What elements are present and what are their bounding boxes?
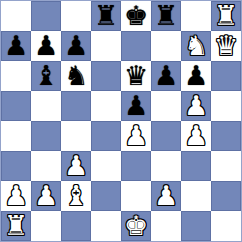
square-f4[interactable] [151,121,181,151]
square-a3[interactable] [1,151,31,181]
square-f5[interactable] [151,91,181,121]
square-a8[interactable] [1,1,31,31]
square-e6[interactable]: ♛ [121,61,151,91]
square-e5[interactable]: ♟ [121,91,151,121]
square-f1[interactable] [151,211,181,241]
white-pawn[interactable]: ♟ [184,122,208,149]
white-pawn[interactable]: ♟ [64,152,88,179]
square-h8[interactable]: ♜ [211,1,241,31]
black-pawn[interactable]: ♟ [4,32,28,59]
square-b1[interactable] [31,211,61,241]
white-knight[interactable]: ♞ [184,32,208,59]
square-b3[interactable] [31,151,61,181]
square-f6[interactable]: ♟ [151,61,181,91]
square-b4[interactable] [31,121,61,151]
square-c7[interactable]: ♟ [61,31,91,61]
square-h6[interactable] [211,61,241,91]
square-c3[interactable]: ♟ [61,151,91,181]
square-h5[interactable] [211,91,241,121]
square-h7[interactable]: ♛ [211,31,241,61]
square-g4[interactable]: ♟ [181,121,211,151]
square-g6[interactable]: ♟ [181,61,211,91]
square-c5[interactable] [61,91,91,121]
white-bishop[interactable]: ♝ [64,182,88,209]
white-queen[interactable]: ♛ [214,32,238,59]
square-e4[interactable]: ♟ [121,121,151,151]
square-h4[interactable] [211,121,241,151]
black-pawn[interactable]: ♟ [154,62,178,89]
white-rook[interactable]: ♜ [4,212,28,239]
black-rook[interactable]: ♜ [154,2,178,29]
black-knight[interactable]: ♞ [64,62,88,89]
black-pawn[interactable]: ♟ [64,32,88,59]
square-a1[interactable]: ♜ [1,211,31,241]
square-b8[interactable] [31,1,61,31]
square-f8[interactable]: ♜ [151,1,181,31]
square-d7[interactable] [91,31,121,61]
square-d6[interactable] [91,61,121,91]
square-g2[interactable] [181,181,211,211]
square-d5[interactable] [91,91,121,121]
square-a7[interactable]: ♟ [1,31,31,61]
square-a6[interactable] [1,61,31,91]
square-g5[interactable]: ♟ [181,91,211,121]
square-g1[interactable] [181,211,211,241]
square-d4[interactable] [91,121,121,151]
square-h3[interactable] [211,151,241,181]
black-bishop[interactable]: ♝ [34,62,58,89]
square-a5[interactable] [1,91,31,121]
square-d1[interactable] [91,211,121,241]
white-pawn[interactable]: ♟ [124,122,148,149]
black-pawn[interactable]: ♟ [184,62,208,89]
square-f7[interactable] [151,31,181,61]
chess-board[interactable]: ♜♚♜♜♟♟♟♞♛♝♞♛♟♟♟♟♟♟♟♟♟♝♟♜♚ [0,0,242,242]
square-g7[interactable]: ♞ [181,31,211,61]
square-g3[interactable] [181,151,211,181]
square-a2[interactable]: ♟ [1,181,31,211]
square-h2[interactable] [211,181,241,211]
square-c8[interactable] [61,1,91,31]
square-a4[interactable] [1,121,31,151]
white-rook[interactable]: ♜ [214,2,238,29]
square-b5[interactable] [31,91,61,121]
black-rook[interactable]: ♜ [94,2,118,29]
square-g8[interactable] [181,1,211,31]
square-e8[interactable]: ♚ [121,1,151,31]
square-c2[interactable]: ♝ [61,181,91,211]
square-h1[interactable] [211,211,241,241]
black-pawn[interactable]: ♟ [124,92,148,119]
square-c1[interactable] [61,211,91,241]
square-c6[interactable]: ♞ [61,61,91,91]
square-d3[interactable] [91,151,121,181]
black-pawn[interactable]: ♟ [34,32,58,59]
square-e7[interactable] [121,31,151,61]
square-c4[interactable] [61,121,91,151]
square-e2[interactable] [121,181,151,211]
white-pawn[interactable]: ♟ [4,182,28,209]
square-e1[interactable]: ♚ [121,211,151,241]
square-d8[interactable]: ♜ [91,1,121,31]
square-d2[interactable] [91,181,121,211]
white-king[interactable]: ♚ [124,212,148,239]
square-b7[interactable]: ♟ [31,31,61,61]
square-b2[interactable]: ♟ [31,181,61,211]
square-f2[interactable]: ♟ [151,181,181,211]
square-f3[interactable] [151,151,181,181]
black-queen[interactable]: ♛ [124,62,148,89]
square-e3[interactable] [121,151,151,181]
white-pawn[interactable]: ♟ [154,182,178,209]
square-b6[interactable]: ♝ [31,61,61,91]
white-pawn[interactable]: ♟ [34,182,58,209]
black-king[interactable]: ♚ [124,2,148,29]
white-pawn[interactable]: ♟ [184,92,208,119]
